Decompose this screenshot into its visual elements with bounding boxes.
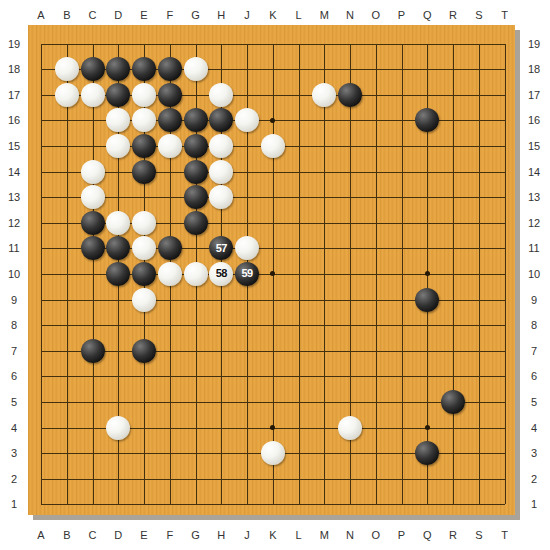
row-label-right: 14 [522,165,546,179]
column-label-bottom: E [132,528,156,542]
stone-white-N4 [338,416,362,440]
column-label-top: A [29,8,53,22]
stone-white-E12 [132,211,156,235]
stone-white-C17 [81,83,105,107]
stone-black-E18 [132,57,156,81]
row-label-right: 5 [522,395,546,409]
column-label-bottom: H [209,528,233,542]
row-label-left: 2 [2,472,26,486]
row-label-right: 4 [522,421,546,435]
column-label-bottom: F [158,528,182,542]
star-point [425,425,430,430]
stone-white-D16 [106,108,130,132]
row-label-left: 16 [2,113,26,127]
stone-white-H13 [209,185,233,209]
column-label-bottom: Q [415,528,439,542]
row-label-right: 7 [522,344,546,358]
row-label-left: 11 [2,241,26,255]
column-label-top: L [287,8,311,22]
column-label-top: K [261,8,285,22]
column-label-bottom: T [493,528,517,542]
row-label-right: 19 [522,37,546,51]
stone-white-K3 [261,441,285,465]
stone-black-R5 [441,390,465,414]
grid-line-vertical [93,44,94,505]
stone-black-C12 [81,211,105,235]
stone-black-G15 [184,134,208,158]
stone-white-K15 [261,134,285,158]
go-board: 575859 [28,25,515,515]
column-label-top: M [312,8,336,22]
row-label-right: 1 [522,497,546,511]
stone-white-E9 [132,288,156,312]
stone-black-J10: 59 [235,262,259,286]
stone-black-F11 [158,236,182,260]
stone-black-D18 [106,57,130,81]
row-label-right: 11 [522,241,546,255]
row-label-right: 16 [522,113,546,127]
row-label-left: 1 [2,497,26,511]
stone-black-F16 [158,108,182,132]
row-label-right: 3 [522,446,546,460]
stone-white-B17 [55,83,79,107]
row-label-left: 14 [2,165,26,179]
stone-black-E7 [132,339,156,363]
stone-white-E11 [132,236,156,260]
stone-black-H16 [209,108,233,132]
stone-black-D17 [106,83,130,107]
column-label-top: G [184,8,208,22]
column-label-bottom: L [287,528,311,542]
grid-line-vertical [324,44,325,505]
stone-black-D10 [106,262,130,286]
column-label-bottom: K [261,528,285,542]
stone-white-C13 [81,185,105,209]
stone-white-F15 [158,134,182,158]
column-label-bottom: M [312,528,336,542]
move-number: 59 [241,268,252,279]
row-label-right: 18 [522,62,546,76]
stone-white-F10 [158,262,182,286]
column-label-top: O [364,8,388,22]
stone-white-J16 [235,108,259,132]
stone-white-D4 [106,416,130,440]
column-label-bottom: D [106,528,130,542]
column-label-top: E [132,8,156,22]
stone-black-G13 [184,185,208,209]
row-label-left: 6 [2,369,26,383]
column-label-bottom: J [235,528,259,542]
stone-white-E17 [132,83,156,107]
star-point [270,118,275,123]
row-label-left: 19 [2,37,26,51]
column-label-bottom: B [55,528,79,542]
column-label-top: P [390,8,414,22]
column-label-bottom: R [441,528,465,542]
grid-line-horizontal [41,504,505,505]
stone-white-D12 [106,211,130,235]
stone-black-F18 [158,57,182,81]
stone-black-C7 [81,339,105,363]
grid-line-vertical [505,44,506,505]
column-label-bottom: O [364,528,388,542]
row-label-right: 17 [522,88,546,102]
column-label-top: T [493,8,517,22]
column-label-bottom: S [467,528,491,542]
stone-black-C11 [81,236,105,260]
stone-white-H17 [209,83,233,107]
row-label-left: 7 [2,344,26,358]
stone-white-H14 [209,160,233,184]
row-label-left: 3 [2,446,26,460]
row-label-left: 18 [2,62,26,76]
column-label-bottom: G [184,528,208,542]
stone-black-Q16 [415,108,439,132]
stone-white-C14 [81,160,105,184]
row-label-right: 8 [522,318,546,332]
grid-line-vertical [376,44,377,505]
stone-white-D15 [106,134,130,158]
row-label-right: 15 [522,139,546,153]
stone-white-E16 [132,108,156,132]
stone-black-G12 [184,211,208,235]
stone-black-G14 [184,160,208,184]
column-label-top: D [106,8,130,22]
row-label-left: 13 [2,190,26,204]
move-number: 58 [216,268,227,279]
column-label-top: J [235,8,259,22]
row-label-left: 4 [2,421,26,435]
stone-black-G16 [184,108,208,132]
stone-black-H11: 57 [209,236,233,260]
star-point [270,425,275,430]
stone-white-B18 [55,57,79,81]
stone-white-G10 [184,262,208,286]
stone-white-J11 [235,236,259,260]
row-label-right: 9 [522,293,546,307]
stone-black-E15 [132,134,156,158]
column-label-bottom: N [338,528,362,542]
row-label-left: 10 [2,267,26,281]
star-point [270,271,275,276]
row-label-left: 8 [2,318,26,332]
column-label-top: N [338,8,362,22]
stone-black-C18 [81,57,105,81]
column-label-top: S [467,8,491,22]
row-label-left: 17 [2,88,26,102]
column-label-bottom: P [390,528,414,542]
row-label-left: 5 [2,395,26,409]
move-number: 57 [216,243,227,254]
column-label-top: B [55,8,79,22]
row-label-left: 9 [2,293,26,307]
grid-line-vertical [41,44,42,505]
stone-black-Q3 [415,441,439,465]
column-label-bottom: A [29,528,53,542]
stone-black-D11 [106,236,130,260]
stone-white-M17 [312,83,336,107]
star-point [425,271,430,276]
column-label-top: C [81,8,105,22]
stone-white-G18 [184,57,208,81]
grid-line-vertical [479,44,480,505]
row-label-right: 6 [522,369,546,383]
grid-line-vertical [453,44,454,505]
row-label-right: 13 [522,190,546,204]
stone-black-E14 [132,160,156,184]
row-label-right: 2 [522,472,546,486]
go-diagram: 575859 AABBCCDDEEFFGGHHJJKKLLMMNNOOPPQQR… [0,0,550,550]
stone-black-F17 [158,83,182,107]
column-label-top: H [209,8,233,22]
stone-black-N17 [338,83,362,107]
stone-white-H10: 58 [209,262,233,286]
row-label-right: 12 [522,216,546,230]
column-label-top: F [158,8,182,22]
grid-line-vertical [402,44,403,505]
stone-black-E10 [132,262,156,286]
column-label-top: R [441,8,465,22]
stone-white-H15 [209,134,233,158]
grid-line-vertical [67,44,68,505]
grid-line-vertical [299,44,300,505]
column-label-bottom: C [81,528,105,542]
row-label-left: 15 [2,139,26,153]
row-label-right: 10 [522,267,546,281]
row-label-left: 12 [2,216,26,230]
stone-black-Q9 [415,288,439,312]
column-label-top: Q [415,8,439,22]
